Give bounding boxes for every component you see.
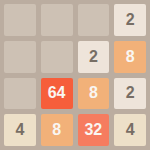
cell-r3-c1: 8 xyxy=(41,114,73,146)
cell-r3-c3: 4 xyxy=(114,114,146,146)
cell-r3-c0: 4 xyxy=(4,114,36,146)
cell-r1-c1 xyxy=(41,41,73,73)
cell-r0-c1 xyxy=(41,4,73,36)
cell-r1-c2: 2 xyxy=(78,41,110,73)
cell-r3-c2: 32 xyxy=(78,114,110,146)
cell-r2-c0 xyxy=(4,78,36,110)
game-board-2048[interactable]: 2 2 8 64 8 2 4 8 32 4 xyxy=(0,0,150,150)
cell-r2-c2: 8 xyxy=(78,78,110,110)
cell-r1-c3: 8 xyxy=(114,41,146,73)
cell-r0-c0 xyxy=(4,4,36,36)
cell-r0-c2 xyxy=(78,4,110,36)
cell-r2-c3: 2 xyxy=(114,78,146,110)
cell-r1-c0 xyxy=(4,41,36,73)
cell-r0-c3: 2 xyxy=(114,4,146,36)
cell-r2-c1: 64 xyxy=(41,78,73,110)
